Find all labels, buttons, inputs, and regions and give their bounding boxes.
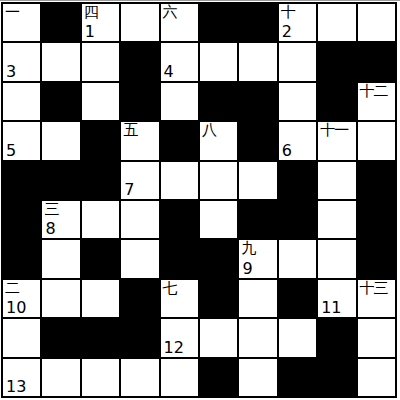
cell-r3c3[interactable] <box>82 83 119 120</box>
cell-r9c1[interactable] <box>3 319 40 356</box>
down-clue-number-chinese: 十一 <box>320 122 348 139</box>
cell-r4c6[interactable]: 八 <box>200 122 237 159</box>
cell-r1c1[interactable]: 一 <box>3 4 40 41</box>
cell-r7c7[interactable]: 九9 <box>239 240 276 277</box>
down-clue-number-chinese: 二 <box>5 280 19 297</box>
across-clue-number-arabic: 8 <box>45 221 55 237</box>
cell-r5c2-block <box>42 162 79 199</box>
cell-r5c7[interactable] <box>239 162 276 199</box>
cell-r1c6-block <box>200 4 237 41</box>
cell-r7c5-block <box>161 240 198 277</box>
cell-r1c10[interactable] <box>358 4 395 41</box>
down-clue-number-chinese: 十 <box>281 4 295 21</box>
cell-r9c4-block <box>121 319 158 356</box>
cell-r2c5[interactable]: 4 <box>161 43 198 80</box>
cell-r4c9[interactable]: 十一 <box>318 122 355 159</box>
across-clue-number-arabic: 9 <box>242 261 252 277</box>
across-clue-number-arabic: 7 <box>124 182 134 198</box>
cell-r5c6[interactable] <box>200 162 237 199</box>
cell-r1c9[interactable] <box>318 4 355 41</box>
cell-r7c10-block <box>358 240 395 277</box>
cell-r8c1[interactable]: 二10 <box>3 280 40 317</box>
cell-r6c6[interactable] <box>200 201 237 238</box>
cell-r1c5[interactable]: 六 <box>161 4 198 41</box>
cell-r5c8-block <box>279 162 316 199</box>
crossword-board: 一四1六十234十二5五八6十一7三8九9二10七11十三1213 <box>1 2 397 398</box>
cell-r9c3-block <box>82 319 119 356</box>
cell-r10c7[interactable] <box>239 359 276 396</box>
across-clue-number-arabic: 11 <box>321 300 341 316</box>
cell-r5c4[interactable]: 7 <box>121 162 158 199</box>
cell-r8c6-block <box>200 280 237 317</box>
down-clue-number-chinese: 七 <box>163 280 177 297</box>
cell-r7c8[interactable] <box>279 240 316 277</box>
cell-r9c7[interactable] <box>239 319 276 356</box>
cell-r7c1-block <box>3 240 40 277</box>
cell-r2c4-block <box>121 43 158 80</box>
cell-r1c3[interactable]: 四1 <box>82 4 119 41</box>
cell-r7c6-block <box>200 240 237 277</box>
cell-r4c10[interactable] <box>358 122 395 159</box>
cell-r10c8-block <box>279 359 316 396</box>
cell-r9c6[interactable] <box>200 319 237 356</box>
down-clue-number-chinese: 八 <box>202 122 216 139</box>
across-clue-number-arabic: 2 <box>282 24 292 40</box>
cell-r6c2[interactable]: 三8 <box>42 201 79 238</box>
cell-r7c3-block <box>82 240 119 277</box>
cell-r10c4[interactable] <box>121 359 158 396</box>
cell-r6c10-block <box>358 201 395 238</box>
cell-r6c3[interactable] <box>82 201 119 238</box>
across-clue-number-arabic: 3 <box>6 64 16 80</box>
cell-r10c6-block <box>200 359 237 396</box>
cell-r8c9[interactable]: 11 <box>318 280 355 317</box>
down-clue-number-chinese: 十二 <box>360 83 388 100</box>
cell-r10c10[interactable] <box>358 359 395 396</box>
across-clue-number-arabic: 13 <box>6 379 26 395</box>
cell-r2c7[interactable] <box>239 43 276 80</box>
cell-r10c1[interactable]: 13 <box>3 359 40 396</box>
cell-r5c1-block <box>3 162 40 199</box>
down-clue-number-chinese: 五 <box>123 122 137 139</box>
cell-r4c4[interactable]: 五 <box>121 122 158 159</box>
cell-r6c8-block <box>279 201 316 238</box>
down-clue-number-chinese: 六 <box>163 4 177 21</box>
cell-r2c9-block <box>318 43 355 80</box>
across-clue-number-arabic: 5 <box>6 143 16 159</box>
cell-r1c7-block <box>239 4 276 41</box>
cell-r4c8[interactable]: 6 <box>279 122 316 159</box>
cell-r5c9[interactable] <box>318 162 355 199</box>
cell-r8c7[interactable] <box>239 280 276 317</box>
across-clue-number-arabic: 1 <box>85 24 95 40</box>
cell-r10c3[interactable] <box>82 359 119 396</box>
cell-r9c5[interactable]: 12 <box>161 319 198 356</box>
cell-r7c4[interactable] <box>121 240 158 277</box>
cell-r6c1-block <box>3 201 40 238</box>
down-clue-number-chinese: 四 <box>84 4 98 21</box>
cell-r6c5-block <box>161 201 198 238</box>
cell-r8c8-block <box>279 280 316 317</box>
cell-r3c6-block <box>200 83 237 120</box>
cell-r3c1[interactable] <box>3 83 40 120</box>
down-clue-number-chinese: 一 <box>5 4 19 21</box>
across-clue-number-arabic: 10 <box>6 300 26 316</box>
cell-r8c10[interactable]: 十三 <box>358 280 395 317</box>
cell-r3c7-block <box>239 83 276 120</box>
image-top-border-line <box>0 0 400 1</box>
cell-r3c10[interactable]: 十二 <box>358 83 395 120</box>
cell-r1c4[interactable] <box>121 4 158 41</box>
cell-r2c10-block <box>358 43 395 80</box>
cell-r9c8[interactable] <box>279 319 316 356</box>
cell-r4c2[interactable] <box>42 122 79 159</box>
cell-r6c7-block <box>239 201 276 238</box>
cell-r9c2-block <box>42 319 79 356</box>
cell-r2c6[interactable] <box>200 43 237 80</box>
cell-r4c5-block <box>161 122 198 159</box>
across-clue-number-arabic: 4 <box>164 64 174 80</box>
cell-r10c2[interactable] <box>42 359 79 396</box>
across-clue-number-arabic: 6 <box>282 143 292 159</box>
cell-r2c3[interactable] <box>82 43 119 80</box>
cell-r3c2-block <box>42 83 79 120</box>
cell-r1c8[interactable]: 十2 <box>279 4 316 41</box>
down-clue-number-chinese: 三 <box>44 201 58 218</box>
cell-r9c9-block <box>318 319 355 356</box>
cell-r8c4-block <box>121 280 158 317</box>
cell-r4c7-block <box>239 122 276 159</box>
cell-r2c2[interactable] <box>42 43 79 80</box>
cell-r10c9-block <box>318 359 355 396</box>
cell-r5c10-block <box>358 162 395 199</box>
cell-r2c1[interactable]: 3 <box>3 43 40 80</box>
cell-r4c3-block <box>82 122 119 159</box>
cell-r9c10[interactable] <box>358 319 395 356</box>
cell-r3c9-block <box>318 83 355 120</box>
cell-r10c5[interactable] <box>161 359 198 396</box>
cell-r8c3[interactable] <box>82 280 119 317</box>
cell-r3c8[interactable] <box>279 83 316 120</box>
cell-r4c1[interactable]: 5 <box>3 122 40 159</box>
cell-r5c3-block <box>82 162 119 199</box>
cell-r3c5[interactable] <box>161 83 198 120</box>
cell-r6c9[interactable] <box>318 201 355 238</box>
down-clue-number-chinese: 十三 <box>360 280 388 297</box>
across-clue-number-arabic: 12 <box>164 340 184 356</box>
cell-r2c8[interactable] <box>279 43 316 80</box>
cell-r3c4-block <box>121 83 158 120</box>
cell-r5c5[interactable] <box>161 162 198 199</box>
down-clue-number-chinese: 九 <box>241 240 255 257</box>
cell-r8c2[interactable] <box>42 280 79 317</box>
cell-r1c2-block <box>42 4 79 41</box>
cell-r7c2[interactable] <box>42 240 79 277</box>
cell-r8c5[interactable]: 七 <box>161 280 198 317</box>
cell-r6c4[interactable] <box>121 201 158 238</box>
cell-r7c9[interactable] <box>318 240 355 277</box>
